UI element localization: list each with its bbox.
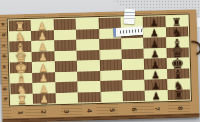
square-b7: ♟	[143, 27, 166, 38]
square-c4	[76, 39, 99, 50]
square-f3	[55, 71, 78, 82]
square-c1: ♝	[9, 41, 32, 52]
file-label-h: h	[0, 96, 11, 103]
square-a8: ♜	[165, 16, 188, 27]
square-e7: ♟	[144, 58, 167, 69]
square-g4	[78, 81, 101, 92]
square-f4	[77, 70, 100, 81]
square-e4	[77, 60, 100, 71]
square-f2: ♟	[33, 72, 56, 83]
file-label-g: g	[0, 85, 11, 92]
square-g3	[55, 82, 78, 93]
square-a7: ♟	[143, 16, 166, 27]
square-g6	[122, 80, 145, 91]
square-f5	[100, 70, 123, 81]
square-e3	[55, 61, 78, 72]
square-d2: ♟	[32, 51, 55, 62]
file-label-f: f	[0, 74, 10, 81]
square-g8: ♞	[167, 78, 190, 89]
square-h3	[55, 92, 78, 103]
square-h6	[123, 90, 146, 101]
square-g2: ♟	[33, 82, 56, 93]
square-a3	[53, 19, 76, 30]
square-d3	[54, 50, 77, 61]
price-tag-standing	[124, 9, 136, 25]
square-b8: ♞	[166, 26, 189, 37]
square-h5	[100, 91, 123, 102]
square-e1: ♚	[10, 62, 33, 73]
file-label-e: e	[0, 63, 10, 70]
chess-board: ♜♟♟♜♞♟♟♞♝♟♟♝♛♟♟♛♚♟♟♚♝♟♟♝♞♟♟♞♜♟♟♜ abcdefg…	[0, 9, 199, 122]
white-pawn: ♟	[33, 94, 56, 105]
photo-scene: ♜♟♟♜♞♟♟♞♝♟♟♝♛♟♟♛♚♟♟♚♝♟♟♝♞♟♟♞♜♟♟♜ abcdefg…	[0, 0, 200, 122]
black-pawn: ♟	[145, 91, 168, 102]
square-e2: ♟	[32, 61, 55, 72]
square-f6	[122, 69, 145, 80]
square-d5	[99, 49, 122, 60]
file-label-b: b	[0, 31, 9, 38]
square-e8: ♚	[166, 58, 189, 69]
square-b2: ♟	[31, 30, 54, 41]
square-e5	[99, 59, 122, 70]
square-h8: ♜	[167, 89, 190, 100]
file-coordinates: abcdefgh	[0, 19, 9, 105]
square-b4	[76, 29, 99, 40]
square-f7: ♟	[144, 69, 167, 80]
square-b3	[54, 29, 77, 40]
square-h7: ♟	[145, 90, 168, 101]
square-d6	[121, 48, 144, 59]
square-c2: ♟	[32, 40, 55, 51]
square-a4	[76, 18, 99, 29]
board-play-area: ♜♟♟♜♞♟♟♞♝♟♟♝♛♟♟♛♚♟♟♚♝♟♟♝♞♟♟♞♜♟♟♜	[7, 13, 192, 106]
square-g5	[100, 80, 123, 91]
square-d1: ♛	[10, 51, 33, 62]
square-h2: ♟	[33, 93, 56, 104]
square-a1: ♜	[9, 20, 32, 31]
square-h4	[78, 91, 101, 102]
square-a2: ♟	[31, 19, 54, 30]
square-f8: ♝	[167, 68, 190, 79]
square-h1: ♜	[11, 93, 34, 104]
square-g7: ♟	[145, 79, 168, 90]
square-e6	[122, 59, 145, 70]
white-rook: ♜	[11, 95, 34, 106]
file-label-d: d	[0, 53, 10, 60]
square-d4	[77, 50, 100, 61]
square-c3	[54, 40, 77, 51]
square-d7: ♟	[144, 48, 167, 59]
black-rook: ♜	[167, 90, 190, 101]
square-c7: ♟	[143, 37, 166, 48]
square-f1: ♝	[10, 72, 33, 83]
square-c6	[121, 38, 144, 49]
square-b1: ♞	[9, 30, 32, 41]
square-g1: ♞	[10, 83, 33, 94]
file-label-a: a	[0, 20, 9, 27]
square-c5	[99, 38, 122, 49]
file-label-c: c	[0, 42, 9, 49]
